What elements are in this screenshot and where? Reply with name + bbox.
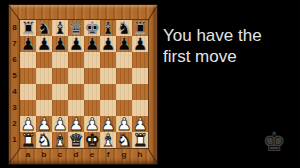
black-pawn: ♟ bbox=[84, 36, 99, 53]
square-b6[interactable] bbox=[36, 52, 52, 68]
rank-label-5: 5 bbox=[9, 68, 20, 84]
square-g1[interactable]: ♞ bbox=[116, 132, 132, 148]
square-c7[interactable]: ♟ bbox=[52, 36, 68, 52]
square-a1[interactable]: ♜ bbox=[20, 132, 36, 148]
white-knight: ♞ bbox=[36, 132, 51, 149]
chess-board: 87654321 abcdefgh ♜♞♝♛♚♝♞♜♟♟♟♟♟♟♟♟♟♟♟♟♟♟… bbox=[8, 4, 158, 165]
square-c4[interactable] bbox=[52, 84, 68, 100]
square-e1[interactable]: ♚ bbox=[84, 132, 100, 148]
rank-label-4: 4 bbox=[9, 84, 20, 100]
file-labels: abcdefgh bbox=[20, 148, 148, 164]
square-d5[interactable] bbox=[68, 68, 84, 84]
square-b5[interactable] bbox=[36, 68, 52, 84]
square-h7[interactable]: ♟ bbox=[132, 36, 148, 52]
frame-miter-top-right bbox=[147, 5, 158, 22]
square-f1[interactable]: ♝ bbox=[100, 132, 116, 148]
square-g7[interactable]: ♟ bbox=[116, 36, 132, 52]
status-message: You have the first move bbox=[163, 25, 262, 67]
square-a5[interactable] bbox=[20, 68, 36, 84]
file-label-g: g bbox=[116, 148, 132, 164]
rank-label-3: 3 bbox=[9, 100, 20, 116]
square-c6[interactable] bbox=[52, 52, 68, 68]
square-d7[interactable]: ♟ bbox=[68, 36, 84, 52]
rank-label-7: 7 bbox=[9, 36, 20, 52]
square-h6[interactable] bbox=[132, 52, 148, 68]
rank-label-8: 8 bbox=[9, 20, 20, 36]
square-e7[interactable]: ♟ bbox=[84, 36, 100, 52]
square-c1[interactable]: ♝ bbox=[52, 132, 68, 148]
square-h1[interactable]: ♜ bbox=[132, 132, 148, 148]
square-g4[interactable] bbox=[116, 84, 132, 100]
white-queen: ♛ bbox=[68, 132, 83, 149]
square-e6[interactable] bbox=[84, 52, 100, 68]
rank-label-6: 6 bbox=[9, 52, 20, 68]
status-message-line2: first move bbox=[163, 46, 262, 67]
square-f6[interactable] bbox=[100, 52, 116, 68]
square-h5[interactable] bbox=[132, 68, 148, 84]
rank-label-1: 1 bbox=[9, 132, 20, 148]
square-g5[interactable] bbox=[116, 68, 132, 84]
file-label-b: b bbox=[36, 148, 52, 164]
square-b4[interactable] bbox=[36, 84, 52, 100]
file-label-f: f bbox=[100, 148, 116, 164]
square-d1[interactable]: ♛ bbox=[68, 132, 84, 148]
black-pawn: ♟ bbox=[100, 36, 115, 53]
square-h4[interactable] bbox=[132, 84, 148, 100]
file-label-a: a bbox=[20, 148, 36, 164]
black-pawn: ♟ bbox=[20, 36, 35, 53]
square-f4[interactable] bbox=[100, 84, 116, 100]
file-label-c: c bbox=[52, 148, 68, 164]
white-bishop: ♝ bbox=[52, 132, 67, 149]
black-king-icon: ♚ bbox=[260, 127, 288, 157]
file-label-h: h bbox=[132, 148, 148, 164]
black-pawn: ♟ bbox=[132, 36, 147, 53]
square-b1[interactable]: ♞ bbox=[36, 132, 52, 148]
square-c5[interactable] bbox=[52, 68, 68, 84]
rank-labels: 87654321 bbox=[9, 20, 20, 148]
square-g6[interactable] bbox=[116, 52, 132, 68]
square-a6[interactable] bbox=[20, 52, 36, 68]
square-f5[interactable] bbox=[100, 68, 116, 84]
rank-label-2: 2 bbox=[9, 116, 20, 132]
black-pawn: ♟ bbox=[36, 36, 51, 53]
square-b7[interactable]: ♟ bbox=[36, 36, 52, 52]
white-rook: ♜ bbox=[132, 132, 147, 149]
square-d4[interactable] bbox=[68, 84, 84, 100]
status-message-line1: You have the bbox=[163, 25, 262, 46]
square-e4[interactable] bbox=[84, 84, 100, 100]
square-a4[interactable] bbox=[20, 84, 36, 100]
frame-miter-bottom-right bbox=[146, 147, 157, 164]
file-label-d: d bbox=[68, 148, 84, 164]
black-pawn: ♟ bbox=[116, 36, 131, 53]
square-e5[interactable] bbox=[84, 68, 100, 84]
white-bishop: ♝ bbox=[100, 132, 115, 149]
app-window: 87654321 abcdefgh ♜♞♝♛♚♝♞♜♟♟♟♟♟♟♟♟♟♟♟♟♟♟… bbox=[0, 0, 300, 168]
file-label-e: e bbox=[84, 148, 100, 164]
white-king: ♚ bbox=[84, 132, 99, 149]
square-f7[interactable]: ♟ bbox=[100, 36, 116, 52]
white-knight: ♞ bbox=[116, 132, 131, 149]
white-rook: ♜ bbox=[20, 132, 35, 149]
board-squares: ♜♞♝♛♚♝♞♜♟♟♟♟♟♟♟♟♟♟♟♟♟♟♟♟♜♞♝♛♚♝♞♜ bbox=[20, 20, 148, 148]
square-a7[interactable]: ♟ bbox=[20, 36, 36, 52]
black-pawn: ♟ bbox=[68, 36, 83, 53]
square-d6[interactable] bbox=[68, 52, 84, 68]
black-pawn: ♟ bbox=[52, 36, 67, 53]
